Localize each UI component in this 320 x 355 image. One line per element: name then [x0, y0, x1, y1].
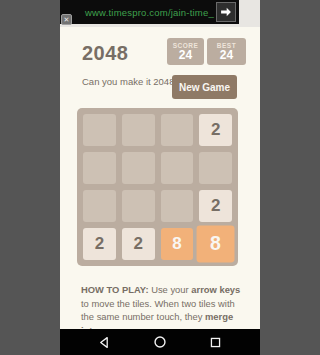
screen: www.timespro.com/jain-time_ ✕ 2048 SCORE…	[60, 0, 260, 355]
right-arrow-icon	[219, 5, 233, 19]
empty-cell	[83, 114, 116, 146]
empty-cell	[161, 152, 194, 184]
empty-cell	[122, 152, 155, 184]
tile-2: 2	[199, 114, 232, 146]
tile-8: 8	[197, 226, 235, 263]
score-box: SCORE 24	[167, 38, 204, 65]
back-icon[interactable]	[98, 336, 111, 349]
subtitle: Can you make it 2048	[82, 76, 174, 87]
tile-2: 2	[83, 228, 116, 260]
home-icon[interactable]	[153, 335, 167, 349]
recents-icon[interactable]	[209, 336, 222, 349]
empty-cell	[122, 114, 155, 146]
android-nav-bar	[60, 329, 260, 355]
howto-bold-2: arrow keys	[191, 284, 240, 295]
empty-cell	[122, 190, 155, 222]
ad-close-button[interactable]: ✕	[61, 14, 72, 25]
empty-cell	[83, 152, 116, 184]
score-value: 24	[179, 49, 192, 62]
empty-cell	[161, 190, 194, 222]
best-box: BEST 24	[207, 38, 246, 65]
tile-2: 2	[199, 190, 232, 222]
board-grid[interactable]: 222288	[77, 108, 238, 266]
tile-8: 8	[161, 228, 194, 260]
ad-banner[interactable]: www.timespro.com/jain-time_	[60, 0, 239, 24]
ad-url-text: www.timespro.com/jain-time_	[85, 7, 214, 18]
best-value: 24	[220, 49, 233, 62]
page-title: 2048	[82, 42, 129, 65]
ad-arrow-button[interactable]	[216, 2, 236, 22]
empty-cell	[161, 114, 194, 146]
new-game-button[interactable]: New Game	[172, 75, 237, 99]
howto-bold-1: HOW TO PLAY:	[81, 284, 149, 295]
howto-text-1: Use your	[149, 284, 192, 295]
tile-2: 2	[122, 228, 155, 260]
empty-cell	[199, 152, 232, 184]
top-strip: www.timespro.com/jain-time_ ✕	[60, 0, 260, 27]
empty-cell	[83, 190, 116, 222]
